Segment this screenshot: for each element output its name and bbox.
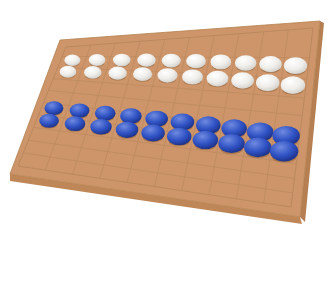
blue-piece (44, 101, 63, 115)
white-piece (182, 69, 203, 84)
game-board (0, 0, 333, 285)
blue-piece (167, 128, 191, 146)
white-piece (284, 57, 307, 74)
blue-piece (95, 106, 116, 121)
blue-piece (120, 108, 142, 124)
white-piece (137, 54, 155, 67)
blue-piece (116, 122, 139, 138)
white-piece (158, 68, 178, 82)
white-piece (113, 54, 130, 67)
white-piece (186, 54, 206, 68)
white-piece (64, 54, 80, 65)
white-piece (256, 74, 280, 91)
white-piece (235, 55, 257, 70)
white-piece (210, 54, 231, 69)
blue-piece (70, 103, 90, 117)
white-piece (207, 71, 229, 87)
product-photo (0, 0, 333, 285)
blue-piece (65, 116, 86, 131)
white-piece (60, 66, 77, 78)
white-piece (281, 76, 305, 94)
blue-piece (145, 111, 168, 127)
white-piece (89, 54, 106, 66)
blue-piece (39, 114, 59, 128)
blue-piece (171, 113, 195, 130)
blue-piece (90, 119, 112, 135)
white-piece (109, 67, 127, 80)
white-piece (231, 72, 254, 88)
white-piece (133, 67, 152, 81)
white-piece (84, 66, 101, 79)
blue-piece (193, 131, 218, 149)
blue-piece (141, 125, 164, 142)
blue-piece (244, 138, 271, 158)
white-piece (259, 56, 281, 72)
blue-piece (218, 134, 244, 153)
blue-piece (270, 141, 298, 161)
white-piece (162, 54, 181, 68)
